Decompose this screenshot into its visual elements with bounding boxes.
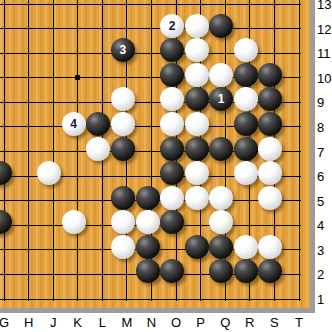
col-label-m: M (118, 315, 136, 330)
stone-r10[interactable] (234, 63, 258, 87)
row-label-2: 2 (316, 267, 332, 281)
board-edge-strip-bottom (0, 308, 315, 313)
stone-m7[interactable] (111, 137, 135, 161)
move-number-label-4: 4 (70, 118, 77, 130)
row-label-9: 9 (316, 95, 332, 109)
stone-o8[interactable] (160, 112, 184, 136)
stone-m11[interactable]: 3 (111, 38, 135, 62)
move-number-label-1: 1 (218, 93, 225, 105)
col-label-r: R (241, 315, 259, 330)
stone-q12[interactable] (209, 14, 233, 38)
stone-r11[interactable] (234, 38, 258, 62)
move-number-label-3: 3 (120, 44, 127, 56)
stone-s7[interactable] (258, 137, 282, 161)
stone-o6[interactable] (160, 161, 184, 185)
col-label-l: L (93, 315, 111, 330)
stone-o10[interactable] (160, 63, 184, 87)
col-label-h: H (20, 315, 38, 330)
col-label-k: K (69, 315, 87, 330)
stone-l7[interactable] (86, 137, 110, 161)
stone-r8[interactable] (234, 112, 258, 136)
col-label-s: S (265, 315, 283, 330)
stone-n4[interactable] (136, 210, 160, 234)
stone-k8[interactable]: 4 (62, 112, 86, 136)
stone-r6[interactable] (234, 161, 258, 185)
move-number-label-2: 2 (169, 20, 176, 32)
row-label-13: 13 (316, 0, 332, 11)
stone-p7[interactable] (185, 137, 209, 161)
stone-p6[interactable] (185, 161, 209, 185)
grid-line-row-1 (0, 299, 301, 300)
stone-m8[interactable] (111, 112, 135, 136)
stone-p8[interactable] (185, 112, 209, 136)
row-label-7: 7 (316, 145, 332, 159)
stone-r3[interactable] (234, 235, 258, 259)
stone-n5[interactable] (136, 186, 160, 210)
stone-m3[interactable] (111, 235, 135, 259)
row-label-3: 3 (316, 243, 332, 257)
grid-line-row-12 (0, 28, 301, 29)
stone-o7[interactable] (160, 137, 184, 161)
col-label-j: J (44, 315, 62, 330)
col-label-t: T (290, 315, 308, 330)
stone-s5[interactable] (258, 186, 282, 210)
row-label-6: 6 (316, 169, 332, 183)
stone-r9[interactable] (234, 87, 258, 111)
stone-p9[interactable] (185, 87, 209, 111)
stone-q7[interactable] (209, 137, 233, 161)
col-label-q: Q (216, 315, 234, 330)
row-label-11: 11 (316, 46, 332, 60)
row-label-1: 1 (316, 292, 332, 306)
stone-p3[interactable] (185, 235, 209, 259)
col-label-n: N (143, 315, 161, 330)
stone-k4[interactable] (62, 210, 86, 234)
board-edge-strip-right (310, 0, 315, 313)
stone-q3[interactable] (209, 235, 233, 259)
star-point-k10 (75, 75, 80, 80)
stone-p5[interactable] (185, 186, 209, 210)
row-label-5: 5 (316, 194, 332, 208)
stone-o12[interactable]: 2 (160, 14, 184, 38)
go-game-screenshot: 2314 GHJKLMNOPQRST 13121110987654321 (0, 0, 332, 332)
col-label-g: G (0, 315, 13, 330)
stone-n3[interactable] (136, 235, 160, 259)
stone-p10[interactable] (185, 63, 209, 87)
col-label-o: O (167, 315, 185, 330)
stone-p11[interactable] (185, 38, 209, 62)
row-label-4: 4 (316, 218, 332, 232)
grid-line-row-13 (0, 4, 301, 5)
stone-s10[interactable] (258, 63, 282, 87)
stone-q5[interactable] (209, 186, 233, 210)
col-label-p: P (192, 315, 210, 330)
stone-m4[interactable] (111, 210, 135, 234)
row-label-8: 8 (316, 120, 332, 134)
stone-o5[interactable] (160, 186, 184, 210)
row-label-10: 10 (316, 71, 332, 85)
stone-n2[interactable] (136, 259, 160, 283)
row-label-12: 12 (316, 22, 332, 36)
stone-q10[interactable] (209, 63, 233, 87)
stone-m5[interactable] (111, 186, 135, 210)
stone-p12[interactable] (185, 14, 209, 38)
stone-r7[interactable] (234, 137, 258, 161)
